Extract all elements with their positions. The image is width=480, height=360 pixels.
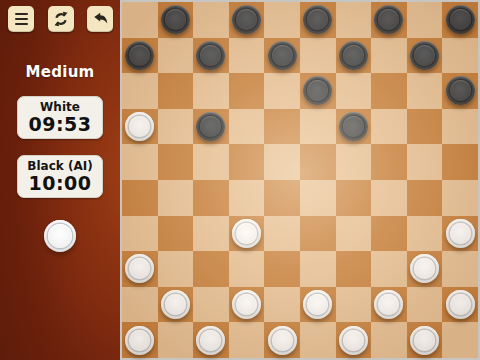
square-6[interactable] bbox=[122, 38, 158, 74]
checker-black[interactable] bbox=[374, 5, 403, 34]
board-grid bbox=[122, 2, 478, 358]
square-35[interactable] bbox=[442, 216, 478, 252]
square-30[interactable] bbox=[407, 180, 443, 216]
square-light bbox=[371, 251, 407, 287]
square-41[interactable] bbox=[158, 287, 194, 323]
square-light bbox=[442, 109, 478, 145]
square-light bbox=[300, 38, 336, 74]
menu-button[interactable] bbox=[8, 6, 34, 32]
square-light bbox=[122, 73, 158, 109]
square-light bbox=[193, 2, 229, 38]
square-8[interactable] bbox=[264, 38, 300, 74]
square-light bbox=[264, 216, 300, 252]
toolbar bbox=[0, 6, 120, 32]
hamburger-icon bbox=[15, 13, 28, 26]
square-light bbox=[229, 38, 265, 74]
square-light bbox=[264, 287, 300, 323]
checker-black[interactable] bbox=[446, 5, 475, 34]
square-48[interactable] bbox=[264, 322, 300, 358]
square-light bbox=[158, 38, 194, 74]
square-light bbox=[229, 109, 265, 145]
checker-white[interactable] bbox=[374, 290, 403, 319]
white-clock-label: White bbox=[18, 100, 102, 114]
square-light bbox=[336, 144, 372, 180]
square-40[interactable] bbox=[407, 251, 443, 287]
square-28[interactable] bbox=[264, 180, 300, 216]
square-light bbox=[336, 216, 372, 252]
square-light bbox=[407, 73, 443, 109]
checker-black[interactable] bbox=[410, 41, 439, 70]
checker-white[interactable] bbox=[196, 326, 225, 355]
square-light bbox=[264, 2, 300, 38]
square-light bbox=[122, 144, 158, 180]
turn-indicator bbox=[44, 220, 76, 252]
square-26[interactable] bbox=[122, 180, 158, 216]
restart-button[interactable] bbox=[48, 6, 74, 32]
checker-black[interactable] bbox=[161, 5, 190, 34]
checker-white[interactable] bbox=[410, 326, 439, 355]
app-root: Medium White 09:53 Black (AI) 10:00 bbox=[0, 0, 480, 360]
square-21[interactable] bbox=[158, 144, 194, 180]
square-3[interactable] bbox=[300, 2, 336, 38]
refresh-icon bbox=[53, 11, 69, 27]
square-light bbox=[442, 251, 478, 287]
black-clock-time: 10:00 bbox=[18, 173, 102, 193]
difficulty-label: Medium bbox=[25, 63, 94, 81]
square-light bbox=[442, 322, 478, 358]
square-light bbox=[336, 287, 372, 323]
square-46[interactable] bbox=[122, 322, 158, 358]
turn-indicator-white-piece bbox=[44, 220, 76, 252]
square-39[interactable] bbox=[336, 251, 372, 287]
square-light bbox=[122, 216, 158, 252]
square-light bbox=[407, 144, 443, 180]
square-47[interactable] bbox=[193, 322, 229, 358]
square-2[interactable] bbox=[229, 2, 265, 38]
checker-black[interactable] bbox=[339, 112, 368, 141]
square-29[interactable] bbox=[336, 180, 372, 216]
square-light bbox=[336, 2, 372, 38]
black-clock: Black (AI) 10:00 bbox=[17, 155, 103, 198]
square-light bbox=[300, 251, 336, 287]
square-50[interactable] bbox=[407, 322, 443, 358]
square-49[interactable] bbox=[336, 322, 372, 358]
square-light bbox=[193, 287, 229, 323]
square-light bbox=[264, 73, 300, 109]
square-20[interactable] bbox=[407, 109, 443, 145]
square-light bbox=[300, 180, 336, 216]
sidebar: Medium White 09:53 Black (AI) 10:00 bbox=[0, 0, 120, 360]
square-light bbox=[122, 287, 158, 323]
square-light bbox=[407, 216, 443, 252]
square-light bbox=[371, 180, 407, 216]
square-light bbox=[442, 180, 478, 216]
square-5[interactable] bbox=[442, 2, 478, 38]
checker-white[interactable] bbox=[232, 290, 261, 319]
square-17[interactable] bbox=[193, 109, 229, 145]
checker-black[interactable] bbox=[232, 5, 261, 34]
square-43[interactable] bbox=[300, 287, 336, 323]
checker-white[interactable] bbox=[268, 326, 297, 355]
square-light bbox=[229, 180, 265, 216]
square-45[interactable] bbox=[442, 287, 478, 323]
square-light bbox=[229, 322, 265, 358]
white-clock: White 09:53 bbox=[17, 96, 103, 139]
square-25[interactable] bbox=[442, 144, 478, 180]
square-1[interactable] bbox=[158, 2, 194, 38]
square-4[interactable] bbox=[371, 2, 407, 38]
square-16[interactable] bbox=[122, 109, 158, 145]
checkers-board bbox=[120, 0, 480, 360]
checker-white[interactable] bbox=[125, 326, 154, 355]
square-13[interactable] bbox=[300, 73, 336, 109]
square-27[interactable] bbox=[193, 180, 229, 216]
checker-black[interactable] bbox=[339, 41, 368, 70]
checker-black[interactable] bbox=[268, 41, 297, 70]
checker-black[interactable] bbox=[196, 41, 225, 70]
square-light bbox=[158, 251, 194, 287]
square-38[interactable] bbox=[264, 251, 300, 287]
checker-white[interactable] bbox=[446, 290, 475, 319]
square-light bbox=[407, 287, 443, 323]
checker-black[interactable] bbox=[196, 112, 225, 141]
checker-white[interactable] bbox=[232, 219, 261, 248]
square-light bbox=[264, 144, 300, 180]
square-light bbox=[193, 73, 229, 109]
square-24[interactable] bbox=[371, 144, 407, 180]
square-42[interactable] bbox=[229, 287, 265, 323]
checker-black[interactable] bbox=[303, 76, 332, 105]
checker-white[interactable] bbox=[125, 254, 154, 283]
square-light bbox=[193, 216, 229, 252]
square-18[interactable] bbox=[264, 109, 300, 145]
square-15[interactable] bbox=[442, 73, 478, 109]
square-light bbox=[336, 73, 372, 109]
square-9[interactable] bbox=[336, 38, 372, 74]
square-light bbox=[229, 251, 265, 287]
checker-black[interactable] bbox=[303, 5, 332, 34]
black-clock-label: Black (AI) bbox=[18, 159, 102, 173]
checker-black[interactable] bbox=[125, 41, 154, 70]
square-14[interactable] bbox=[371, 73, 407, 109]
square-34[interactable] bbox=[371, 216, 407, 252]
checker-white[interactable] bbox=[410, 254, 439, 283]
square-11[interactable] bbox=[158, 73, 194, 109]
square-light bbox=[193, 144, 229, 180]
square-light bbox=[158, 109, 194, 145]
undo-button[interactable] bbox=[87, 6, 113, 32]
square-light bbox=[371, 38, 407, 74]
square-light bbox=[300, 109, 336, 145]
square-light bbox=[158, 180, 194, 216]
white-clock-time: 09:53 bbox=[18, 114, 102, 134]
checker-white[interactable] bbox=[125, 112, 154, 141]
square-33[interactable] bbox=[300, 216, 336, 252]
square-light bbox=[407, 2, 443, 38]
square-22[interactable] bbox=[229, 144, 265, 180]
checker-white[interactable] bbox=[161, 290, 190, 319]
checker-black[interactable] bbox=[446, 76, 475, 105]
undo-icon bbox=[92, 11, 109, 28]
square-32[interactable] bbox=[229, 216, 265, 252]
checker-white[interactable] bbox=[446, 219, 475, 248]
square-36[interactable] bbox=[122, 251, 158, 287]
square-10[interactable] bbox=[407, 38, 443, 74]
square-light bbox=[371, 322, 407, 358]
square-12[interactable] bbox=[229, 73, 265, 109]
square-19[interactable] bbox=[336, 109, 372, 145]
checker-white[interactable] bbox=[303, 290, 332, 319]
square-light bbox=[300, 322, 336, 358]
square-light bbox=[371, 109, 407, 145]
square-23[interactable] bbox=[300, 144, 336, 180]
square-44[interactable] bbox=[371, 287, 407, 323]
checker-white[interactable] bbox=[339, 326, 368, 355]
square-light bbox=[442, 38, 478, 74]
square-light bbox=[122, 2, 158, 38]
square-31[interactable] bbox=[158, 216, 194, 252]
square-light bbox=[158, 322, 194, 358]
square-37[interactable] bbox=[193, 251, 229, 287]
square-7[interactable] bbox=[193, 38, 229, 74]
